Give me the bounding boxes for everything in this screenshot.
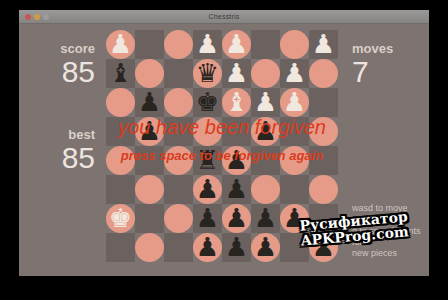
square-r6c7 [280, 175, 309, 204]
square-r2c1: ♝ [106, 59, 135, 88]
white-bishop-piece: ♝ [225, 88, 248, 117]
square-r7c5: ♟ [222, 204, 251, 233]
square-r7c6: ♟ [251, 204, 280, 233]
black-pawn-piece: ♟ [196, 204, 219, 233]
square-r7c2 [135, 204, 164, 233]
square-r6c1 [106, 175, 135, 204]
moves-block: moves 7 [352, 41, 427, 87]
white-pawn-piece: ♟ [109, 30, 132, 59]
square-r2c6 [251, 59, 280, 88]
square-r6c6 [251, 175, 280, 204]
square-r6c5: ♟ [222, 175, 251, 204]
moves-value: 7 [352, 56, 427, 87]
square-r3c5: ♝ [222, 88, 251, 117]
black-pawn-piece: ♟ [196, 175, 219, 204]
square-r2c2 [135, 59, 164, 88]
square-r8c4: ♟ [193, 233, 222, 262]
white-pawn-piece: ♟ [225, 30, 248, 59]
square-r8c5: ♟ [222, 233, 251, 262]
square-r2c7: ♟ [280, 59, 309, 88]
black-pawn-piece: ♟ [254, 233, 277, 262]
window-title: Chesstris [19, 13, 429, 20]
black-pawn-piece: ♟ [225, 204, 248, 233]
score-block: score 85 [19, 41, 95, 87]
white-pawn-piece: ♟ [225, 59, 248, 88]
hint-spend-line2: new pieces [352, 248, 397, 258]
score-value: 85 [19, 56, 95, 87]
square-r3c2: ♟ [135, 88, 164, 117]
best-label: best [19, 127, 95, 142]
title-bar[interactable]: Chesstris [19, 10, 429, 24]
black-pawn-piece: ♟ [225, 233, 248, 262]
white-pawn-piece: ♟ [312, 30, 335, 59]
score-label: score [19, 41, 95, 56]
square-r8c6: ♟ [251, 233, 280, 262]
square-r1c4: ♟ [193, 30, 222, 59]
black-king-piece: ♚ [196, 88, 219, 117]
square-r3c7: ♟ [280, 88, 309, 117]
square-r1c1: ♟ [106, 30, 135, 59]
black-pawn-piece: ♟ [225, 175, 248, 204]
square-r3c8 [309, 88, 338, 117]
square-r2c8 [309, 59, 338, 88]
black-bishop-piece: ♝ [109, 59, 132, 88]
white-pawn-piece: ♟ [283, 88, 306, 117]
best-block: best 85 [19, 127, 95, 173]
square-r8c2 [135, 233, 164, 262]
square-r6c8 [309, 175, 338, 204]
square-r6c3 [164, 175, 193, 204]
square-r6c2 [135, 175, 164, 204]
square-r7c4: ♟ [193, 204, 222, 233]
white-pawn-piece: ♟ [283, 59, 306, 88]
square-r2c4: ♛ [193, 59, 222, 88]
white-pawn-piece: ♟ [196, 30, 219, 59]
overlay-message: you have been forgiven [106, 115, 338, 139]
square-r1c3 [164, 30, 193, 59]
square-r3c4: ♚ [193, 88, 222, 117]
square-r6c4: ♟ [193, 175, 222, 204]
square-r1c6 [251, 30, 280, 59]
best-value: 85 [19, 142, 95, 173]
square-r7c3 [164, 204, 193, 233]
square-r1c2 [135, 30, 164, 59]
overlay-instruction: press space to be forgiven again [106, 147, 338, 165]
square-r3c3 [164, 88, 193, 117]
square-r8c3 [164, 233, 193, 262]
square-r8c1 [106, 233, 135, 262]
black-pawn-piece: ♟ [254, 204, 277, 233]
moves-label: moves [352, 41, 427, 56]
chesstris-window: Chesstris score 85 best 85 moves 7 ♟♟♟♟♝… [19, 10, 429, 276]
square-r7c1: ♚ [106, 204, 135, 233]
white-king-piece: ♚ [109, 204, 132, 233]
square-r3c1 [106, 88, 135, 117]
black-pawn-piece: ♟ [196, 233, 219, 262]
square-r1c7 [280, 30, 309, 59]
square-r3c6: ♟ [251, 88, 280, 117]
square-r1c5: ♟ [222, 30, 251, 59]
black-pawn-piece: ♟ [138, 88, 161, 117]
desktop: { "window": { "title": "Chesstris" }, "h… [0, 0, 448, 300]
square-r2c5: ♟ [222, 59, 251, 88]
white-pawn-piece: ♟ [254, 88, 277, 117]
square-r1c8: ♟ [309, 30, 338, 59]
black-queen-piece: ♛ [196, 59, 219, 88]
square-r2c3 [164, 59, 193, 88]
